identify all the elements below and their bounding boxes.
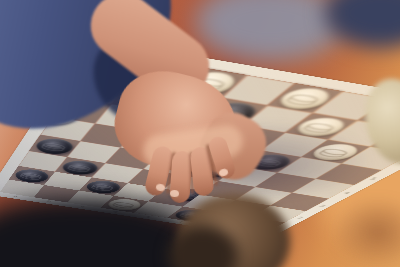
photo-stage: ⛀⛀⛀⛂⛀⛀⛂⛂⛂⛂⛂⛂⛂⛀⛂ abcdefgh 87654321 ⛀ xyxy=(0,0,400,267)
